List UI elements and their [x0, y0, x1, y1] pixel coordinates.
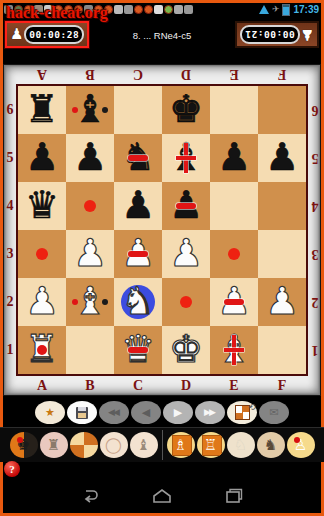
notification-icon — [134, 5, 143, 14]
coordinate-label: 3 — [309, 230, 321, 278]
black-q-piece: ♛ — [18, 182, 66, 230]
floppy-icon — [76, 407, 88, 419]
pieceset-piece-icon: ♘ — [234, 438, 247, 453]
square-f3[interactable] — [258, 230, 306, 278]
red-accent — [224, 299, 244, 305]
pieceset-piece-icon: ♖ — [204, 438, 217, 453]
flip-board-button[interactable]: ⟲ — [227, 401, 257, 424]
square-e5[interactable]: ♟ — [210, 134, 258, 182]
step-forward-button-icon: ▶ — [174, 407, 182, 418]
white-p-piece: ♟ — [258, 278, 306, 326]
square-e6[interactable] — [210, 86, 258, 134]
nav-home-icon[interactable] — [151, 487, 173, 505]
pieceset-thumb-10[interactable]: ♙ — [287, 432, 315, 458]
pieceset-thumb-3[interactable] — [70, 432, 98, 458]
coordinate-label: E — [210, 66, 258, 83]
red-accent — [128, 347, 148, 353]
red-accent — [176, 156, 196, 160]
square-d4[interactable]: ♟ — [162, 182, 210, 230]
red-accent — [128, 251, 148, 257]
coordinate-label: B — [66, 66, 114, 83]
battery-icon — [282, 4, 290, 16]
favorite-button[interactable]: ★ — [35, 401, 65, 424]
red-accent — [72, 299, 78, 305]
square-e4[interactable] — [210, 182, 258, 230]
square-d2[interactable] — [162, 278, 210, 326]
red-accent — [37, 345, 47, 355]
white-clock-time: 00:00:28 — [29, 29, 79, 40]
coordinate-label: A — [18, 66, 66, 83]
app-screen: ✈ 17:39 hack-cheat.org ♟ 00:00:28 8. ...… — [0, 0, 324, 516]
chess-board: ♜♝♚♟♟♞♝♟♟♛♟♟♟♟♟♟♝♞♟♟♜♛♚♝ — [16, 84, 308, 376]
white-player-clock[interactable]: ♟ 00:00:28 — [5, 21, 89, 48]
board-icon — [235, 405, 250, 420]
coordinate-label: 5 — [309, 134, 321, 182]
coordinate-label: 5 — [4, 134, 16, 182]
mail-button[interactable]: ✉ — [259, 401, 289, 424]
red-accent — [128, 155, 148, 161]
red-accent — [294, 437, 300, 443]
square-c3[interactable]: ♟ — [114, 230, 162, 278]
legal-move-dot — [36, 248, 48, 260]
legal-move-dot — [84, 200, 96, 212]
airplane-mode-icon: ✈ — [272, 5, 280, 14]
pieceset-piece-icon: ♜ — [47, 438, 60, 453]
coordinate-label: 1 — [4, 326, 16, 374]
notification-icon — [124, 5, 133, 14]
black-p-piece: ♟ — [18, 134, 66, 182]
notification-icon — [184, 5, 193, 14]
coordinate-label: 2 — [4, 278, 16, 326]
rotate-arrows-icon: ⟲ — [248, 402, 256, 412]
square-a4[interactable]: ♛ — [18, 182, 66, 230]
square-c5[interactable]: ♞ — [114, 134, 162, 182]
pieceset-thumb-1[interactable]: ♚ — [10, 432, 38, 458]
black-r-piece: ♜ — [18, 86, 66, 134]
red-accent — [17, 437, 23, 443]
notification-icon — [164, 5, 173, 14]
rank-labels-left: 654321 — [4, 86, 16, 374]
pieceset-piece-icon: ♗ — [174, 438, 187, 453]
fast-forward-button[interactable]: ▶▶ — [195, 401, 225, 424]
coordinate-label: F — [258, 66, 306, 83]
square-a6[interactable]: ♜ — [18, 86, 66, 134]
square-a5[interactable]: ♟ — [18, 134, 66, 182]
coordinate-label: 2 — [309, 278, 321, 326]
coordinate-label: 1 — [309, 326, 321, 374]
pieceset-strip: ♚♜◯♝♗♖♘♞♙ — [0, 427, 324, 462]
notification-icon — [144, 5, 153, 14]
step-forward-button[interactable]: ▶ — [163, 401, 193, 424]
rewind-button-icon: ◀◀ — [108, 407, 120, 418]
red-accent — [72, 107, 78, 113]
selected-highlight — [121, 285, 155, 319]
pieceset-piece-icon: ◯ — [105, 438, 122, 453]
pieceset-thumb-8[interactable]: ♘ — [227, 432, 255, 458]
pieceset-thumb-2[interactable]: ♜ — [40, 432, 68, 458]
pieceset-thumb-7[interactable]: ♖ — [197, 432, 225, 458]
pieceset-thumb-5[interactable]: ♝ — [130, 432, 158, 458]
square-f1[interactable] — [258, 326, 306, 374]
save-button[interactable] — [67, 401, 97, 424]
wifi-icon — [259, 5, 269, 14]
square-e1[interactable]: ♝ — [210, 326, 258, 374]
rank-labels-right: 654321 — [309, 86, 321, 374]
red-accent — [224, 348, 244, 352]
coordinate-label: 4 — [309, 182, 321, 230]
android-nav-bar — [0, 478, 324, 513]
last-move-text: 8. ... RNe4-c5 — [100, 30, 224, 41]
black-p-piece: ♟ — [210, 134, 258, 182]
square-b6[interactable]: ♝ — [66, 86, 114, 134]
square-a3[interactable] — [18, 230, 66, 278]
notification-icon — [154, 5, 163, 14]
square-f4[interactable] — [258, 182, 306, 230]
square-d1[interactable]: ♚ — [162, 326, 210, 374]
coordinate-label: D — [162, 377, 210, 394]
file-labels-top: ABCDEF — [18, 66, 306, 83]
coordinate-label: 3 — [4, 230, 16, 278]
square-d6[interactable]: ♚ — [162, 86, 210, 134]
coordinate-label: C — [114, 66, 162, 83]
black-k-piece: ♚ — [162, 86, 210, 134]
watermark-text: hack-cheat.org — [6, 4, 108, 22]
coordinate-label: 6 — [4, 86, 16, 134]
square-c1[interactable]: ♛ — [114, 326, 162, 374]
square-b1[interactable] — [66, 326, 114, 374]
white-pawn-icon: ♟ — [10, 27, 23, 42]
square-b2[interactable]: ♝ — [66, 278, 114, 326]
coordinate-label: F — [258, 377, 306, 394]
game-toolbar: ★◀◀◀▶▶▶⟲✉ — [0, 399, 324, 426]
divider — [162, 430, 163, 460]
step-back-button-icon: ◀ — [142, 407, 150, 418]
white-p-piece: ♟ — [162, 230, 210, 278]
fast-forward-button-icon: ▶▶ — [204, 407, 216, 418]
white-k-piece: ♚ — [162, 326, 210, 374]
coordinate-label: B — [66, 377, 114, 394]
square-c6[interactable] — [114, 86, 162, 134]
red-accent — [102, 107, 108, 113]
square-f6[interactable] — [258, 86, 306, 134]
square-f5[interactable]: ♟ — [258, 134, 306, 182]
nav-back-icon[interactable] — [79, 487, 101, 505]
nav-recents-icon[interactable] — [223, 487, 245, 505]
pieceset-thumb-4[interactable]: ◯ — [100, 432, 128, 458]
pieceset-piece-icon: ♞ — [264, 438, 277, 453]
mail-button-icon: ✉ — [269, 407, 278, 418]
coordinate-label: 6 — [309, 86, 321, 134]
black-player-clock[interactable]: ♟ 00:00:21 — [235, 21, 319, 48]
pieceset-thumb-6[interactable]: ♗ — [167, 432, 195, 458]
square-c4[interactable]: ♟ — [114, 182, 162, 230]
black-p-piece: ♟ — [66, 134, 114, 182]
black-clock-time: 00:00:21 — [245, 29, 295, 40]
pieceset-piece-icon: ♝ — [137, 438, 150, 453]
status-bar-clock: 17:39 — [293, 4, 319, 15]
square-f2[interactable]: ♟ — [258, 278, 306, 326]
square-a1[interactable]: ♜ — [18, 326, 66, 374]
square-e2[interactable]: ♟ — [210, 278, 258, 326]
square-e3[interactable] — [210, 230, 258, 278]
favorite-button-icon: ★ — [45, 407, 55, 418]
black-p-piece: ♟ — [114, 182, 162, 230]
legal-move-dot — [228, 248, 240, 260]
white-p-piece: ♟ — [66, 230, 114, 278]
square-d3[interactable]: ♟ — [162, 230, 210, 278]
red-accent — [102, 299, 108, 305]
square-d5[interactable]: ♝ — [162, 134, 210, 182]
white-p-piece: ♟ — [18, 278, 66, 326]
black-pawn-icon: ♟ — [301, 27, 314, 42]
coordinate-label: A — [18, 377, 66, 394]
file-labels-bottom: ABCDEF — [18, 377, 306, 394]
coordinate-label: E — [210, 377, 258, 394]
notification-icon — [114, 5, 123, 14]
coordinate-label: C — [114, 377, 162, 394]
red-accent — [176, 203, 196, 209]
rewind-button[interactable]: ◀◀ — [99, 401, 129, 424]
square-a2[interactable]: ♟ — [18, 278, 66, 326]
legal-move-dot — [180, 296, 192, 308]
coordinate-label: D — [162, 66, 210, 83]
square-b4[interactable] — [66, 182, 114, 230]
help-button[interactable]: ? — [4, 461, 20, 477]
black-p-piece: ♟ — [258, 134, 306, 182]
notification-icon — [174, 5, 183, 14]
square-b3[interactable]: ♟ — [66, 230, 114, 278]
square-b5[interactable]: ♟ — [66, 134, 114, 182]
step-back-button[interactable]: ◀ — [131, 401, 161, 424]
coordinate-label: 4 — [4, 182, 16, 230]
pieceset-thumb-9[interactable]: ♞ — [257, 432, 285, 458]
square-c2[interactable]: ♞ — [114, 278, 162, 326]
